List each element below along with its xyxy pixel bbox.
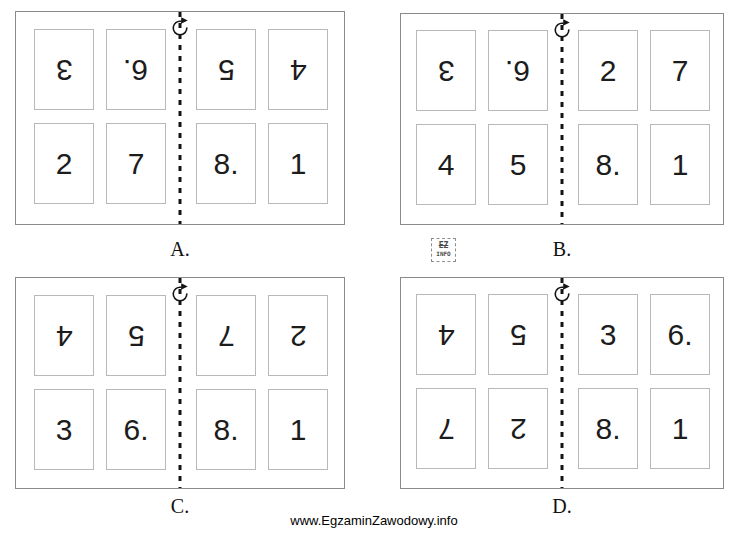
page-cell: 1	[268, 123, 328, 204]
page-cell: 4	[34, 295, 94, 376]
rotation-arrow-icon	[551, 16, 574, 42]
page-number: 7	[218, 321, 235, 351]
page-number: 4	[56, 321, 73, 351]
page-number: 6.	[123, 415, 148, 445]
option-label-a: A.	[15, 238, 345, 261]
answer-option-c-sheet: 4 5 7 2 3 6. 8. 1	[15, 277, 345, 489]
page-cell: 3	[34, 389, 94, 470]
page-cell: 8.	[196, 389, 256, 470]
page-cell: 6.	[106, 29, 166, 110]
page-cell: 2	[488, 388, 548, 469]
page-number: 8.	[595, 414, 620, 444]
watermark-logo-info: INFO	[436, 250, 450, 257]
page-number: 4	[438, 150, 455, 180]
page-number: 3	[56, 415, 73, 445]
page-number: 2	[56, 149, 73, 179]
page-cell: 3	[34, 29, 94, 110]
page-cell: 8.	[578, 388, 638, 469]
page-cell: 8.	[578, 124, 638, 205]
fold-line	[561, 278, 564, 488]
rotation-arrow-icon	[169, 14, 192, 40]
page-number: 7	[672, 56, 689, 86]
page-cell: 4	[416, 294, 476, 375]
page-number: 3	[600, 320, 617, 350]
page-cell: 6.	[650, 294, 710, 375]
page-number: 8.	[213, 149, 238, 179]
page-number: 1	[672, 414, 689, 444]
page-cell: 7	[650, 30, 710, 111]
fold-line	[561, 14, 564, 224]
page-cell: 1	[650, 124, 710, 205]
page-number: 4	[438, 320, 455, 350]
page-cell: 3	[578, 294, 638, 375]
page-number: 8.	[595, 150, 620, 180]
page-number: 1	[672, 150, 689, 180]
page-number: 4	[290, 55, 307, 85]
page-cell: 2	[268, 295, 328, 376]
answer-option-a-sheet: 3 6. 5 4 2 7 8. 1	[15, 11, 345, 225]
page-number: 5	[510, 320, 527, 350]
page-cell: 5	[488, 124, 548, 205]
page-cell: 5	[196, 29, 256, 110]
page-number: 6.	[123, 55, 148, 85]
page-cell: 4	[416, 124, 476, 205]
page-cell: 5	[106, 295, 166, 376]
page-number: 5	[128, 321, 145, 351]
page-number: 1	[290, 415, 307, 445]
page-number: 8.	[213, 415, 238, 445]
page-cell: 3	[416, 30, 476, 111]
page-number: 6.	[667, 320, 692, 350]
page-cell: 2	[578, 30, 638, 111]
page-number: 5	[218, 55, 235, 85]
page-cell: 7	[416, 388, 476, 469]
page-cell: 4	[268, 29, 328, 110]
watermark-logo-ez: EZ	[439, 242, 449, 250]
page-number: 3	[438, 56, 455, 86]
page-cell: 5	[488, 294, 548, 375]
page-cell: 1	[650, 388, 710, 469]
page-number: 5	[510, 150, 527, 180]
answer-option-b-sheet: 3 6. 2 7 4 5 8. 1	[400, 13, 724, 225]
page-number: 2	[290, 321, 307, 351]
page-number: 2	[600, 56, 617, 86]
rotation-arrow-icon	[551, 280, 574, 306]
page-number: 2	[510, 414, 527, 444]
page-cell: 2	[34, 123, 94, 204]
watermark-logo: EZ INFO	[431, 238, 456, 262]
fold-line	[179, 278, 182, 488]
page-number: 3	[56, 55, 73, 85]
page-cell: 7	[106, 123, 166, 204]
rotation-arrow-icon	[169, 280, 192, 306]
fold-line	[179, 12, 182, 224]
answer-option-d-sheet: 4 5 3 6. 7 2 8. 1	[400, 277, 724, 489]
page-number: 7	[128, 149, 145, 179]
page-cell: 1	[268, 389, 328, 470]
page-number: 1	[290, 149, 307, 179]
page-number: 6.	[505, 56, 530, 86]
watermark-url: www.EgzaminZawodowy.info	[0, 513, 748, 528]
page-number: 7	[438, 414, 455, 444]
page-cell: 8.	[196, 123, 256, 204]
page-cell: 6.	[488, 30, 548, 111]
page-cell: 6.	[106, 389, 166, 470]
page-cell: 7	[196, 295, 256, 376]
